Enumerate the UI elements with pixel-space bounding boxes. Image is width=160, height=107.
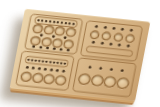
peg-hole xyxy=(27,59,30,61)
pit xyxy=(31,72,44,84)
pit xyxy=(89,30,100,40)
panel-bottom-right xyxy=(72,57,137,97)
photo-background xyxy=(0,0,160,107)
pit xyxy=(43,73,56,85)
peg-hole xyxy=(50,69,53,72)
peg-hole xyxy=(38,67,41,70)
pit xyxy=(20,71,33,83)
peg-hole xyxy=(63,62,66,64)
pit xyxy=(113,32,124,42)
peg-hole xyxy=(66,49,69,52)
peg-hole xyxy=(49,61,52,63)
pit-row xyxy=(20,71,68,86)
peg-hole xyxy=(72,23,75,25)
peg-hole-row xyxy=(80,65,132,73)
peg-hole xyxy=(39,46,42,49)
pit-row xyxy=(77,73,130,90)
peg-hole xyxy=(101,42,104,45)
peg-hole xyxy=(68,22,71,24)
peg-hole xyxy=(61,22,64,24)
peg-hole xyxy=(60,62,63,64)
panel-top-right xyxy=(80,20,143,62)
peg-hole xyxy=(45,61,48,63)
peg-hole xyxy=(121,69,124,72)
peg-hole xyxy=(32,45,35,48)
board-sheet xyxy=(10,9,151,102)
peg-hole xyxy=(38,60,41,62)
peg-hole xyxy=(41,19,44,21)
peg-hole xyxy=(45,20,48,22)
peg-hole xyxy=(32,67,35,70)
peg-hole xyxy=(35,59,38,61)
peg-hole xyxy=(42,60,45,62)
peg-hole xyxy=(53,61,56,63)
peg-hole xyxy=(118,44,121,47)
pit xyxy=(103,75,118,88)
peg-hole xyxy=(56,62,59,64)
peg-hole xyxy=(99,67,102,70)
panel-top-left xyxy=(24,14,83,55)
pit xyxy=(54,74,67,86)
pit xyxy=(115,77,130,90)
peg-hole xyxy=(92,41,95,44)
peg-hole xyxy=(56,69,59,72)
peg-hole xyxy=(49,20,52,22)
peg-hole xyxy=(46,47,49,50)
peg-hole xyxy=(31,59,34,61)
peg-hole xyxy=(127,45,130,48)
peg-hole xyxy=(104,26,107,29)
peg-hole xyxy=(62,70,65,73)
pit xyxy=(77,73,92,86)
peg-hole xyxy=(110,68,113,71)
peg-hole xyxy=(37,19,40,21)
peg-hole xyxy=(109,43,112,46)
peg-hole xyxy=(26,66,29,69)
pit xyxy=(90,74,105,87)
peg-hole xyxy=(130,29,133,32)
peg-hole xyxy=(53,48,56,51)
pit xyxy=(124,34,135,44)
panel-bottom-left xyxy=(15,51,75,91)
peg-hole xyxy=(112,27,115,30)
peg-hole xyxy=(57,21,60,23)
peg-hole xyxy=(95,26,98,29)
pit xyxy=(101,31,112,41)
peg-hole xyxy=(44,68,47,71)
peg-hole xyxy=(53,21,56,23)
peg-hole xyxy=(88,66,91,69)
peg-hole xyxy=(121,28,124,31)
peg-hole xyxy=(64,22,67,24)
peg-hole xyxy=(60,48,63,51)
